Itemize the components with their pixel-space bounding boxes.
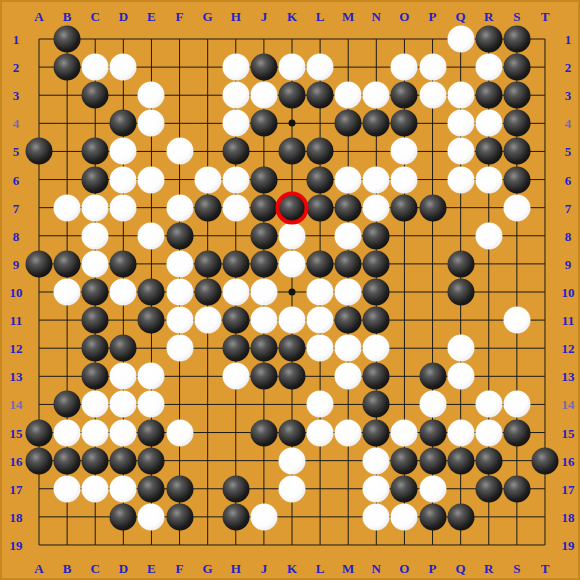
row-label-left-11: 11 bbox=[10, 314, 22, 327]
black-stone-S17[interactable] bbox=[503, 475, 530, 502]
black-stone-J13[interactable] bbox=[250, 363, 277, 390]
white-stone-L11[interactable] bbox=[307, 307, 334, 334]
black-stone-C16[interactable] bbox=[82, 447, 109, 474]
black-stone-R17[interactable] bbox=[475, 475, 502, 502]
white-stone-P3[interactable] bbox=[419, 82, 446, 109]
black-stone-F8[interactable] bbox=[166, 222, 193, 249]
black-stone-C11[interactable] bbox=[82, 307, 109, 334]
col-label-top-O: O bbox=[399, 10, 409, 23]
black-stone-J8[interactable] bbox=[250, 222, 277, 249]
white-stone-Q4[interactable] bbox=[447, 110, 474, 137]
row-label-left-12: 12 bbox=[10, 342, 23, 355]
black-stone-G10[interactable] bbox=[194, 278, 221, 305]
col-label-bottom-R: R bbox=[484, 562, 493, 575]
black-stone-S2[interactable] bbox=[503, 54, 530, 81]
black-stone-T16[interactable] bbox=[531, 447, 558, 474]
go-board-app: AABBCCDDEEFFGGHHJJKKLLMMNNOOPPQQRRSSTT11… bbox=[0, 0, 580, 580]
white-stone-C17[interactable] bbox=[82, 475, 109, 502]
white-stone-D5[interactable] bbox=[110, 138, 137, 165]
row-label-left-6: 6 bbox=[13, 173, 20, 186]
black-stone-M4[interactable] bbox=[335, 110, 362, 137]
row-label-right-12: 12 bbox=[562, 342, 575, 355]
black-stone-L7[interactable] bbox=[307, 194, 334, 221]
black-stone-N11[interactable] bbox=[363, 307, 390, 334]
white-stone-H3[interactable] bbox=[222, 82, 249, 109]
col-label-top-T: T bbox=[541, 10, 550, 23]
col-label-bottom-L: L bbox=[316, 562, 325, 575]
black-stone-H5[interactable] bbox=[222, 138, 249, 165]
white-stone-K16[interactable] bbox=[278, 447, 305, 474]
white-stone-P2[interactable] bbox=[419, 54, 446, 81]
black-stone-K3[interactable] bbox=[278, 82, 305, 109]
white-stone-N3[interactable] bbox=[363, 82, 390, 109]
white-stone-Q15[interactable] bbox=[447, 419, 474, 446]
black-stone-S5[interactable] bbox=[503, 138, 530, 165]
row-label-right-10: 10 bbox=[562, 285, 575, 298]
white-stone-H7[interactable] bbox=[222, 194, 249, 221]
col-label-bottom-A: A bbox=[34, 562, 43, 575]
col-label-top-B: B bbox=[63, 10, 72, 23]
black-stone-M9[interactable] bbox=[335, 250, 362, 277]
black-stone-H11[interactable] bbox=[222, 307, 249, 334]
white-stone-F7[interactable] bbox=[166, 194, 193, 221]
col-label-top-M: M bbox=[342, 10, 354, 23]
black-stone-S15[interactable] bbox=[503, 419, 530, 446]
black-stone-C3[interactable] bbox=[82, 82, 109, 109]
black-stone-H18[interactable] bbox=[222, 503, 249, 530]
white-stone-M13[interactable] bbox=[335, 363, 362, 390]
white-stone-L10[interactable] bbox=[307, 278, 334, 305]
row-label-right-16: 16 bbox=[562, 454, 575, 467]
black-stone-R5[interactable] bbox=[475, 138, 502, 165]
black-stone-N14[interactable] bbox=[363, 391, 390, 418]
black-stone-A5[interactable] bbox=[26, 138, 53, 165]
col-label-bottom-B: B bbox=[63, 562, 72, 575]
white-stone-N16[interactable] bbox=[363, 447, 390, 474]
white-stone-F9[interactable] bbox=[166, 250, 193, 277]
white-stone-O5[interactable] bbox=[391, 138, 418, 165]
col-label-top-N: N bbox=[372, 10, 381, 23]
black-stone-Q16[interactable] bbox=[447, 447, 474, 474]
white-stone-M10[interactable] bbox=[335, 278, 362, 305]
black-stone-Q18[interactable] bbox=[447, 503, 474, 530]
col-label-bottom-F: F bbox=[176, 562, 184, 575]
black-stone-R1[interactable] bbox=[475, 26, 502, 53]
last-move-marker-red-circle-K7 bbox=[275, 191, 308, 224]
white-stone-D13[interactable] bbox=[110, 363, 137, 390]
white-stone-R14[interactable] bbox=[475, 391, 502, 418]
col-label-bottom-C: C bbox=[91, 562, 100, 575]
black-stone-L6[interactable] bbox=[307, 166, 334, 193]
black-stone-A15[interactable] bbox=[26, 419, 53, 446]
white-stone-F15[interactable] bbox=[166, 419, 193, 446]
white-stone-N6[interactable] bbox=[363, 166, 390, 193]
row-label-right-17: 17 bbox=[562, 482, 575, 495]
row-label-right-19: 19 bbox=[562, 538, 575, 551]
star-point-K4 bbox=[288, 120, 295, 127]
black-stone-A16[interactable] bbox=[26, 447, 53, 474]
col-label-top-P: P bbox=[429, 10, 437, 23]
black-stone-D18[interactable] bbox=[110, 503, 137, 530]
black-stone-J9[interactable] bbox=[250, 250, 277, 277]
black-stone-H17[interactable] bbox=[222, 475, 249, 502]
col-label-bottom-J: J bbox=[261, 562, 268, 575]
black-stone-P7[interactable] bbox=[419, 194, 446, 221]
row-label-left-19: 19 bbox=[10, 538, 23, 551]
col-label-bottom-P: P bbox=[429, 562, 437, 575]
white-stone-S11[interactable] bbox=[503, 307, 530, 334]
black-stone-R3[interactable] bbox=[475, 82, 502, 109]
col-label-bottom-Q: Q bbox=[456, 562, 466, 575]
black-stone-O7[interactable] bbox=[391, 194, 418, 221]
col-label-bottom-D: D bbox=[119, 562, 128, 575]
black-stone-J2[interactable] bbox=[250, 54, 277, 81]
row-label-left-15: 15 bbox=[10, 426, 23, 439]
black-stone-N4[interactable] bbox=[363, 110, 390, 137]
white-stone-N12[interactable] bbox=[363, 335, 390, 362]
white-stone-C14[interactable] bbox=[82, 391, 109, 418]
row-label-right-15: 15 bbox=[562, 426, 575, 439]
black-stone-N10[interactable] bbox=[363, 278, 390, 305]
black-stone-B9[interactable] bbox=[54, 250, 81, 277]
white-stone-E13[interactable] bbox=[138, 363, 165, 390]
white-stone-Q13[interactable] bbox=[447, 363, 474, 390]
col-label-top-E: E bbox=[147, 10, 156, 23]
white-stone-R2[interactable] bbox=[475, 54, 502, 81]
row-label-right-11: 11 bbox=[562, 314, 574, 327]
col-label-bottom-S: S bbox=[513, 562, 520, 575]
col-label-bottom-N: N bbox=[372, 562, 381, 575]
row-label-right-8: 8 bbox=[565, 229, 572, 242]
col-label-bottom-M: M bbox=[342, 562, 354, 575]
white-stone-Q1[interactable] bbox=[447, 26, 474, 53]
col-label-top-J: J bbox=[261, 10, 268, 23]
row-label-left-18: 18 bbox=[10, 510, 23, 523]
row-label-right-18: 18 bbox=[562, 510, 575, 523]
white-stone-C15[interactable] bbox=[82, 419, 109, 446]
row-label-left-1: 1 bbox=[13, 33, 20, 46]
white-stone-K2[interactable] bbox=[278, 54, 305, 81]
col-label-top-S: S bbox=[513, 10, 520, 23]
white-stone-G6[interactable] bbox=[194, 166, 221, 193]
white-stone-E8[interactable] bbox=[138, 222, 165, 249]
black-stone-E16[interactable] bbox=[138, 447, 165, 474]
white-stone-L14[interactable] bbox=[307, 391, 334, 418]
black-stone-J6[interactable] bbox=[250, 166, 277, 193]
col-label-top-K: K bbox=[287, 10, 297, 23]
black-stone-N8[interactable] bbox=[363, 222, 390, 249]
white-stone-P17[interactable] bbox=[419, 475, 446, 502]
col-label-top-C: C bbox=[91, 10, 100, 23]
white-stone-M12[interactable] bbox=[335, 335, 362, 362]
black-stone-J7[interactable] bbox=[250, 194, 277, 221]
col-label-top-L: L bbox=[316, 10, 325, 23]
black-stone-C13[interactable] bbox=[82, 363, 109, 390]
white-stone-Q12[interactable] bbox=[447, 335, 474, 362]
black-stone-D12[interactable] bbox=[110, 335, 137, 362]
black-stone-S4[interactable] bbox=[503, 110, 530, 137]
black-stone-E10[interactable] bbox=[138, 278, 165, 305]
black-stone-G9[interactable] bbox=[194, 250, 221, 277]
white-stone-F12[interactable] bbox=[166, 335, 193, 362]
black-stone-L9[interactable] bbox=[307, 250, 334, 277]
black-stone-F18[interactable] bbox=[166, 503, 193, 530]
white-stone-M3[interactable] bbox=[335, 82, 362, 109]
black-stone-D16[interactable] bbox=[110, 447, 137, 474]
black-stone-J15[interactable] bbox=[250, 419, 277, 446]
black-stone-B1[interactable] bbox=[54, 26, 81, 53]
black-stone-O17[interactable] bbox=[391, 475, 418, 502]
white-stone-J3[interactable] bbox=[250, 82, 277, 109]
white-stone-E3[interactable] bbox=[138, 82, 165, 109]
black-stone-D4[interactable] bbox=[110, 110, 137, 137]
col-label-top-F: F bbox=[176, 10, 184, 23]
row-label-right-3: 3 bbox=[565, 89, 572, 102]
black-stone-C5[interactable] bbox=[82, 138, 109, 165]
white-stone-L15[interactable] bbox=[307, 419, 334, 446]
black-stone-Q10[interactable] bbox=[447, 278, 474, 305]
white-stone-C7[interactable] bbox=[82, 194, 109, 221]
black-stone-N15[interactable] bbox=[363, 419, 390, 446]
white-stone-F10[interactable] bbox=[166, 278, 193, 305]
white-stone-H6[interactable] bbox=[222, 166, 249, 193]
white-stone-R6[interactable] bbox=[475, 166, 502, 193]
white-stone-K8[interactable] bbox=[278, 222, 305, 249]
row-label-right-5: 5 bbox=[565, 145, 572, 158]
white-stone-L12[interactable] bbox=[307, 335, 334, 362]
row-label-left-14: 14 bbox=[10, 398, 23, 411]
white-stone-Q5[interactable] bbox=[447, 138, 474, 165]
black-stone-P18[interactable] bbox=[419, 503, 446, 530]
col-label-top-G: G bbox=[203, 10, 213, 23]
white-stone-O6[interactable] bbox=[391, 166, 418, 193]
black-stone-S1[interactable] bbox=[503, 26, 530, 53]
black-stone-D9[interactable] bbox=[110, 250, 137, 277]
white-stone-D6[interactable] bbox=[110, 166, 137, 193]
black-stone-C6[interactable] bbox=[82, 166, 109, 193]
black-stone-H12[interactable] bbox=[222, 335, 249, 362]
white-stone-F11[interactable] bbox=[166, 307, 193, 334]
col-label-top-R: R bbox=[484, 10, 493, 23]
white-stone-M15[interactable] bbox=[335, 419, 362, 446]
black-stone-H9[interactable] bbox=[222, 250, 249, 277]
row-label-right-14: 14 bbox=[562, 398, 575, 411]
white-stone-C9[interactable] bbox=[82, 250, 109, 277]
black-stone-L5[interactable] bbox=[307, 138, 334, 165]
white-stone-S7[interactable] bbox=[503, 194, 530, 221]
black-stone-B2[interactable] bbox=[54, 54, 81, 81]
black-stone-K13[interactable] bbox=[278, 363, 305, 390]
col-label-bottom-G: G bbox=[203, 562, 213, 575]
black-stone-F17[interactable] bbox=[166, 475, 193, 502]
row-label-right-2: 2 bbox=[565, 61, 572, 74]
black-stone-L3[interactable] bbox=[307, 82, 334, 109]
white-stone-J11[interactable] bbox=[250, 307, 277, 334]
white-stone-R8[interactable] bbox=[475, 222, 502, 249]
col-label-top-H: H bbox=[231, 10, 241, 23]
row-label-right-6: 6 bbox=[565, 173, 572, 186]
black-stone-M11[interactable] bbox=[335, 307, 362, 334]
star-point-K10 bbox=[288, 288, 295, 295]
col-label-bottom-O: O bbox=[399, 562, 409, 575]
black-stone-K12[interactable] bbox=[278, 335, 305, 362]
col-label-top-Q: Q bbox=[456, 10, 466, 23]
row-label-left-10: 10 bbox=[10, 285, 23, 298]
white-stone-D17[interactable] bbox=[110, 475, 137, 502]
white-stone-H13[interactable] bbox=[222, 363, 249, 390]
black-stone-Q9[interactable] bbox=[447, 250, 474, 277]
white-stone-L2[interactable] bbox=[307, 54, 334, 81]
white-stone-D15[interactable] bbox=[110, 419, 137, 446]
white-stone-O2[interactable] bbox=[391, 54, 418, 81]
black-stone-J12[interactable] bbox=[250, 335, 277, 362]
col-label-bottom-E: E bbox=[147, 562, 156, 575]
white-stone-J18[interactable] bbox=[250, 503, 277, 530]
black-stone-N13[interactable] bbox=[363, 363, 390, 390]
row-label-right-1: 1 bbox=[565, 33, 572, 46]
row-label-right-13: 13 bbox=[562, 370, 575, 383]
col-label-top-D: D bbox=[119, 10, 128, 23]
black-stone-B14[interactable] bbox=[54, 391, 81, 418]
white-stone-N7[interactable] bbox=[363, 194, 390, 221]
white-stone-C8[interactable] bbox=[82, 222, 109, 249]
black-stone-P13[interactable] bbox=[419, 363, 446, 390]
black-stone-P15[interactable] bbox=[419, 419, 446, 446]
black-stone-S6[interactable] bbox=[503, 166, 530, 193]
white-stone-M6[interactable] bbox=[335, 166, 362, 193]
white-stone-E4[interactable] bbox=[138, 110, 165, 137]
white-stone-J10[interactable] bbox=[250, 278, 277, 305]
white-stone-K9[interactable] bbox=[278, 250, 305, 277]
row-label-left-7: 7 bbox=[13, 201, 20, 214]
white-stone-N17[interactable] bbox=[363, 475, 390, 502]
row-label-right-9: 9 bbox=[565, 257, 572, 270]
white-stone-B7[interactable] bbox=[54, 194, 81, 221]
white-stone-H2[interactable] bbox=[222, 54, 249, 81]
black-stone-E17[interactable] bbox=[138, 475, 165, 502]
white-stone-F5[interactable] bbox=[166, 138, 193, 165]
white-stone-B10[interactable] bbox=[54, 278, 81, 305]
black-stone-B16[interactable] bbox=[54, 447, 81, 474]
black-stone-C10[interactable] bbox=[82, 278, 109, 305]
row-label-left-9: 9 bbox=[13, 257, 20, 270]
black-stone-S3[interactable] bbox=[503, 82, 530, 109]
white-stone-D10[interactable] bbox=[110, 278, 137, 305]
white-stone-H10[interactable] bbox=[222, 278, 249, 305]
black-stone-J4[interactable] bbox=[250, 110, 277, 137]
row-label-right-7: 7 bbox=[565, 201, 572, 214]
col-label-bottom-K: K bbox=[287, 562, 297, 575]
black-stone-P16[interactable] bbox=[419, 447, 446, 474]
black-stone-N9[interactable] bbox=[363, 250, 390, 277]
white-stone-C2[interactable] bbox=[82, 54, 109, 81]
black-stone-K5[interactable] bbox=[278, 138, 305, 165]
row-label-right-4: 4 bbox=[565, 117, 572, 130]
row-label-left-8: 8 bbox=[13, 229, 20, 242]
white-stone-E6[interactable] bbox=[138, 166, 165, 193]
row-label-left-4: 4 bbox=[13, 117, 20, 130]
white-stone-D2[interactable] bbox=[110, 54, 137, 81]
black-stone-O4[interactable] bbox=[391, 110, 418, 137]
black-stone-O3[interactable] bbox=[391, 82, 418, 109]
white-stone-N18[interactable] bbox=[363, 503, 390, 530]
row-label-left-17: 17 bbox=[10, 482, 23, 495]
white-stone-M8[interactable] bbox=[335, 222, 362, 249]
white-stone-O15[interactable] bbox=[391, 419, 418, 446]
black-stone-M7[interactable] bbox=[335, 194, 362, 221]
row-label-left-3: 3 bbox=[13, 89, 20, 102]
black-stone-R16[interactable] bbox=[475, 447, 502, 474]
black-stone-G7[interactable] bbox=[194, 194, 221, 221]
white-stone-H4[interactable] bbox=[222, 110, 249, 137]
white-stone-B15[interactable] bbox=[54, 419, 81, 446]
white-stone-P14[interactable] bbox=[419, 391, 446, 418]
white-stone-D7[interactable] bbox=[110, 194, 137, 221]
white-stone-R4[interactable] bbox=[475, 110, 502, 137]
black-stone-A9[interactable] bbox=[26, 250, 53, 277]
col-label-bottom-T: T bbox=[541, 562, 550, 575]
black-stone-K15[interactable] bbox=[278, 419, 305, 446]
black-stone-E11[interactable] bbox=[138, 307, 165, 334]
col-label-bottom-H: H bbox=[231, 562, 241, 575]
white-stone-Q3[interactable] bbox=[447, 82, 474, 109]
white-stone-E18[interactable] bbox=[138, 503, 165, 530]
white-stone-K11[interactable] bbox=[278, 307, 305, 334]
row-label-left-16: 16 bbox=[10, 454, 23, 467]
white-stone-R15[interactable] bbox=[475, 419, 502, 446]
black-stone-C12[interactable] bbox=[82, 335, 109, 362]
white-stone-Q6[interactable] bbox=[447, 166, 474, 193]
white-stone-E14[interactable] bbox=[138, 391, 165, 418]
row-label-left-5: 5 bbox=[13, 145, 20, 158]
white-stone-S14[interactable] bbox=[503, 391, 530, 418]
black-stone-O16[interactable] bbox=[391, 447, 418, 474]
white-stone-D14[interactable] bbox=[110, 391, 137, 418]
white-stone-B17[interactable] bbox=[54, 475, 81, 502]
col-label-top-A: A bbox=[34, 10, 43, 23]
row-label-left-2: 2 bbox=[13, 61, 20, 74]
black-stone-E15[interactable] bbox=[138, 419, 165, 446]
white-stone-O18[interactable] bbox=[391, 503, 418, 530]
row-label-left-13: 13 bbox=[10, 370, 23, 383]
white-stone-K17[interactable] bbox=[278, 475, 305, 502]
white-stone-G11[interactable] bbox=[194, 307, 221, 334]
